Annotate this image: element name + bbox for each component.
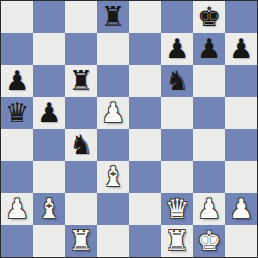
square-h8[interactable] — [225, 1, 257, 33]
square-f2[interactable]: ♛ — [161, 193, 193, 225]
piece-black-pawn[interactable]: ♟ — [165, 33, 189, 65]
square-d6[interactable] — [97, 65, 129, 97]
square-h1[interactable] — [225, 225, 257, 257]
square-c7[interactable] — [65, 33, 97, 65]
square-e7[interactable] — [129, 33, 161, 65]
square-d2[interactable] — [97, 193, 129, 225]
square-b6[interactable] — [33, 65, 65, 97]
square-h6[interactable] — [225, 65, 257, 97]
piece-white-pawn[interactable]: ♟ — [101, 97, 125, 129]
piece-black-king[interactable]: ♚ — [197, 1, 221, 33]
square-g1[interactable]: ♚ — [193, 225, 225, 257]
square-d7[interactable] — [97, 33, 129, 65]
square-f6[interactable]: ♞ — [161, 65, 193, 97]
piece-white-queen[interactable]: ♛ — [165, 193, 189, 225]
square-a1[interactable] — [1, 225, 33, 257]
square-b7[interactable] — [33, 33, 65, 65]
square-h5[interactable] — [225, 97, 257, 129]
square-c8[interactable] — [65, 1, 97, 33]
piece-white-pawn[interactable]: ♟ — [197, 193, 221, 225]
square-b8[interactable] — [33, 1, 65, 33]
square-e6[interactable] — [129, 65, 161, 97]
square-b4[interactable] — [33, 129, 65, 161]
piece-black-rook[interactable]: ♜ — [69, 65, 93, 97]
square-a4[interactable] — [1, 129, 33, 161]
piece-white-bishop[interactable]: ♝ — [37, 193, 61, 225]
piece-white-king[interactable]: ♚ — [197, 225, 221, 257]
chess-board-frame: ♜♚♟♟♟♟♜♞♛♟♟♞♝♟♝♛♟♟♜♜♚ — [0, 0, 258, 258]
square-e3[interactable] — [129, 161, 161, 193]
piece-black-pawn[interactable]: ♟ — [229, 33, 253, 65]
piece-white-rook[interactable]: ♜ — [165, 225, 189, 257]
square-f5[interactable] — [161, 97, 193, 129]
square-c4[interactable]: ♞ — [65, 129, 97, 161]
square-g8[interactable]: ♚ — [193, 1, 225, 33]
square-d4[interactable] — [97, 129, 129, 161]
square-d1[interactable] — [97, 225, 129, 257]
square-b5[interactable]: ♟ — [33, 97, 65, 129]
square-e4[interactable] — [129, 129, 161, 161]
piece-black-rook[interactable]: ♜ — [101, 1, 125, 33]
piece-black-queen[interactable]: ♛ — [5, 97, 29, 129]
piece-black-pawn[interactable]: ♟ — [5, 65, 29, 97]
square-g5[interactable] — [193, 97, 225, 129]
square-e8[interactable] — [129, 1, 161, 33]
square-a2[interactable]: ♟ — [1, 193, 33, 225]
piece-black-pawn[interactable]: ♟ — [37, 97, 61, 129]
square-g2[interactable]: ♟ — [193, 193, 225, 225]
piece-white-rook[interactable]: ♜ — [69, 225, 93, 257]
square-d3[interactable]: ♝ — [97, 161, 129, 193]
square-g4[interactable] — [193, 129, 225, 161]
piece-black-knight[interactable]: ♞ — [69, 129, 93, 161]
chess-board: ♜♚♟♟♟♟♜♞♛♟♟♞♝♟♝♛♟♟♜♜♚ — [1, 1, 257, 257]
piece-white-bishop[interactable]: ♝ — [101, 161, 125, 193]
piece-white-pawn[interactable]: ♟ — [5, 193, 29, 225]
square-g6[interactable] — [193, 65, 225, 97]
square-h2[interactable]: ♟ — [225, 193, 257, 225]
square-c6[interactable]: ♜ — [65, 65, 97, 97]
square-a7[interactable] — [1, 33, 33, 65]
square-f4[interactable] — [161, 129, 193, 161]
square-h4[interactable] — [225, 129, 257, 161]
square-f8[interactable] — [161, 1, 193, 33]
square-d5[interactable]: ♟ — [97, 97, 129, 129]
square-c2[interactable] — [65, 193, 97, 225]
square-f3[interactable] — [161, 161, 193, 193]
square-h7[interactable]: ♟ — [225, 33, 257, 65]
square-h3[interactable] — [225, 161, 257, 193]
square-e2[interactable] — [129, 193, 161, 225]
square-b2[interactable]: ♝ — [33, 193, 65, 225]
piece-white-pawn[interactable]: ♟ — [229, 193, 253, 225]
square-g7[interactable]: ♟ — [193, 33, 225, 65]
square-f1[interactable]: ♜ — [161, 225, 193, 257]
piece-black-pawn[interactable]: ♟ — [197, 33, 221, 65]
square-d8[interactable]: ♜ — [97, 1, 129, 33]
square-c5[interactable] — [65, 97, 97, 129]
square-g3[interactable] — [193, 161, 225, 193]
square-b1[interactable] — [33, 225, 65, 257]
square-b3[interactable] — [33, 161, 65, 193]
square-c3[interactable] — [65, 161, 97, 193]
square-a5[interactable]: ♛ — [1, 97, 33, 129]
square-a6[interactable]: ♟ — [1, 65, 33, 97]
square-c1[interactable]: ♜ — [65, 225, 97, 257]
piece-black-knight[interactable]: ♞ — [165, 65, 189, 97]
square-e5[interactable] — [129, 97, 161, 129]
square-a3[interactable] — [1, 161, 33, 193]
square-f7[interactable]: ♟ — [161, 33, 193, 65]
square-a8[interactable] — [1, 1, 33, 33]
square-e1[interactable] — [129, 225, 161, 257]
